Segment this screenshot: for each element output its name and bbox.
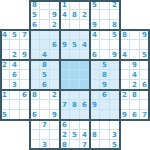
cell-r2c7[interactable] bbox=[70, 20, 80, 30]
cell-r12c5[interactable] bbox=[50, 120, 60, 130]
cell-r7c11[interactable] bbox=[110, 70, 120, 80]
cell-r13c3[interactable] bbox=[30, 130, 40, 140]
cell-r2c6[interactable] bbox=[60, 20, 70, 30]
cell-r9c7[interactable] bbox=[70, 90, 80, 100]
given-digit-r1c3[interactable]: 5 bbox=[30, 10, 40, 20]
given-digit-r4c7[interactable]: 5 bbox=[70, 40, 80, 50]
cell-r11c8[interactable] bbox=[80, 110, 90, 120]
void-corner-area bbox=[10, 120, 20, 130]
cell-r4c9[interactable] bbox=[90, 40, 100, 50]
void-corner-area bbox=[120, 120, 130, 130]
cell-r13c4[interactable] bbox=[40, 130, 50, 140]
given-digit-r7c13[interactable]: 4 bbox=[130, 70, 140, 80]
given-digit-r10c7[interactable]: 8 bbox=[70, 100, 80, 110]
cell-r6c7[interactable] bbox=[70, 60, 80, 70]
given-digit-r5c14[interactable]: 5 bbox=[140, 50, 150, 60]
given-digit-r6c0[interactable]: 2 bbox=[0, 60, 10, 70]
cell-r13c5[interactable] bbox=[50, 130, 60, 140]
given-digit-r11c0[interactable]: 5 bbox=[0, 110, 10, 120]
cell-r10c11[interactable] bbox=[110, 100, 120, 110]
cell-r6c2[interactable] bbox=[20, 60, 30, 70]
cell-r7c0[interactable] bbox=[0, 70, 10, 80]
cell-r6c14[interactable] bbox=[140, 60, 150, 70]
cell-r1c10[interactable] bbox=[100, 10, 110, 20]
given-digit-r6c4[interactable]: 8 bbox=[40, 60, 50, 70]
given-digit-r0c6[interactable]: 1 bbox=[60, 0, 70, 10]
cell-r7c2[interactable] bbox=[20, 70, 30, 80]
given-digit-r11c14[interactable]: 7 bbox=[140, 110, 150, 120]
cell-r14c10[interactable] bbox=[100, 140, 110, 150]
given-digit-r8c1[interactable]: 3 bbox=[10, 80, 20, 90]
given-digit-r14c6[interactable]: 8 bbox=[60, 140, 70, 150]
cell-r2c8[interactable] bbox=[80, 20, 90, 30]
void-corner-area bbox=[0, 0, 10, 10]
given-digit-r5c11[interactable]: 9 bbox=[110, 50, 120, 60]
cell-r11c9[interactable] bbox=[90, 110, 100, 120]
cell-r5c0[interactable] bbox=[0, 50, 10, 60]
given-digit-r0c3[interactable]: 8 bbox=[30, 0, 40, 10]
cell-r8c6[interactable] bbox=[60, 80, 70, 90]
given-digit-r11c13[interactable]: 6 bbox=[130, 110, 140, 120]
cell-r12c8[interactable] bbox=[80, 120, 90, 130]
cell-r0c7[interactable] bbox=[70, 0, 80, 10]
cell-r1c9[interactable] bbox=[90, 10, 100, 20]
cell-r12c3[interactable] bbox=[30, 120, 40, 130]
given-digit-r3c12[interactable]: 8 bbox=[120, 30, 130, 40]
given-digit-r5c4[interactable]: 4 bbox=[40, 50, 50, 60]
cell-r4c13[interactable] bbox=[130, 40, 140, 50]
cell-r8c11[interactable] bbox=[110, 80, 120, 90]
cell-r5c5[interactable] bbox=[50, 50, 60, 60]
cell-r10c12[interactable] bbox=[120, 100, 130, 110]
cell-r14c5[interactable] bbox=[50, 140, 60, 150]
void-corner-area bbox=[0, 130, 10, 140]
void-corner-area bbox=[10, 130, 20, 140]
void-corner-area bbox=[120, 10, 130, 20]
cell-r7c3[interactable] bbox=[30, 70, 40, 80]
cell-r11c1[interactable] bbox=[10, 110, 20, 120]
given-digit-r8c10[interactable]: 9 bbox=[100, 80, 110, 90]
given-digit-r12c4[interactable]: 7 bbox=[40, 120, 50, 130]
cell-r5c6[interactable] bbox=[60, 50, 70, 60]
given-digit-r13c11[interactable]: 3 bbox=[110, 130, 120, 140]
void-corner-area bbox=[140, 140, 150, 150]
given-digit-r8c4[interactable]: 6 bbox=[40, 80, 50, 90]
cell-r6c6[interactable] bbox=[60, 60, 70, 70]
cell-r0c10[interactable] bbox=[100, 0, 110, 10]
cell-r8c9[interactable] bbox=[90, 80, 100, 90]
void-corner-area bbox=[140, 10, 150, 20]
void-corner-area bbox=[140, 0, 150, 10]
given-digit-r3c9[interactable]: 4 bbox=[90, 30, 100, 40]
cell-r14c7[interactable] bbox=[70, 140, 80, 150]
cell-r6c5[interactable] bbox=[50, 60, 60, 70]
cell-r12c11[interactable] bbox=[110, 120, 120, 130]
cell-r4c14[interactable] bbox=[140, 40, 150, 50]
cell-r8c7[interactable] bbox=[70, 80, 80, 90]
cell-r6c3[interactable] bbox=[30, 60, 40, 70]
given-digit-r9c10[interactable]: 6 bbox=[100, 90, 110, 100]
cell-r3c13[interactable] bbox=[130, 30, 140, 40]
cell-r9c4[interactable] bbox=[40, 90, 50, 100]
cell-r7c12[interactable] bbox=[120, 70, 130, 80]
given-digit-r11c12[interactable]: 9 bbox=[120, 110, 130, 120]
cell-r11c2[interactable] bbox=[20, 110, 30, 120]
cell-r8c0[interactable] bbox=[0, 80, 10, 90]
void-corner-area bbox=[130, 140, 140, 150]
cell-r9c14[interactable] bbox=[140, 90, 150, 100]
cell-r10c13[interactable] bbox=[130, 100, 140, 110]
void-corner-area bbox=[10, 20, 20, 30]
given-digit-r3c0[interactable]: 4 bbox=[0, 30, 10, 40]
given-digit-r7c1[interactable]: 6 bbox=[10, 70, 20, 80]
cell-r12c10[interactable] bbox=[100, 120, 110, 130]
void-corner-area bbox=[120, 130, 130, 140]
given-digit-r10c8[interactable]: 6 bbox=[80, 100, 90, 110]
given-digit-r2c5[interactable]: 2 bbox=[50, 20, 60, 30]
given-digit-r9c3[interactable]: 8 bbox=[30, 90, 40, 100]
given-digit-r6c10[interactable]: 5 bbox=[100, 60, 110, 70]
cell-r10c4[interactable] bbox=[40, 100, 50, 110]
cell-r5c13[interactable] bbox=[130, 50, 140, 60]
given-digit-r1c5[interactable]: 9 bbox=[50, 10, 60, 20]
given-digit-r3c14[interactable]: 9 bbox=[140, 30, 150, 40]
void-corner-area bbox=[120, 0, 130, 10]
cell-r4c3[interactable] bbox=[30, 40, 40, 50]
given-digit-r6c13[interactable]: 9 bbox=[130, 60, 140, 70]
cell-r5c8[interactable] bbox=[80, 50, 90, 60]
cell-r3c7[interactable] bbox=[70, 30, 80, 40]
cell-r11c6[interactable] bbox=[60, 110, 70, 120]
void-corner-area bbox=[20, 20, 30, 30]
cell-r4c2[interactable] bbox=[20, 40, 30, 50]
cell-r6c8[interactable] bbox=[80, 60, 90, 70]
given-digit-r0c9[interactable]: 5 bbox=[90, 0, 100, 10]
cell-r4c1[interactable] bbox=[10, 40, 20, 50]
cell-grid: 8152594826298457458969542946945248596584… bbox=[0, 0, 150, 150]
given-digit-r9c2[interactable]: 6 bbox=[20, 90, 30, 100]
cell-r9c6[interactable] bbox=[60, 90, 70, 100]
cell-r8c2[interactable] bbox=[20, 80, 30, 90]
given-digit-r5c1[interactable]: 2 bbox=[10, 50, 20, 60]
cell-r4c0[interactable] bbox=[0, 40, 10, 50]
cell-r3c5[interactable] bbox=[50, 30, 60, 40]
cell-r0c5[interactable] bbox=[50, 0, 60, 10]
cell-r8c5[interactable] bbox=[50, 80, 60, 90]
cell-r7c6[interactable] bbox=[60, 70, 70, 80]
cell-r4c4[interactable] bbox=[40, 40, 50, 50]
cell-r1c4[interactable] bbox=[40, 10, 50, 20]
given-digit-r14c4[interactable]: 3 bbox=[40, 140, 50, 150]
void-corner-area bbox=[0, 10, 10, 20]
cell-r9c1[interactable] bbox=[10, 90, 20, 100]
given-digit-r11c3[interactable]: 6 bbox=[30, 110, 40, 120]
cell-r3c8[interactable] bbox=[80, 30, 90, 40]
given-digit-r3c1[interactable]: 5 bbox=[10, 30, 20, 40]
void-corner-area bbox=[140, 20, 150, 30]
given-digit-r10c9[interactable]: 9 bbox=[90, 100, 100, 110]
given-digit-r5c9[interactable]: 6 bbox=[90, 50, 100, 60]
given-digit-r9c5[interactable]: 2 bbox=[50, 90, 60, 100]
cell-r7c14[interactable] bbox=[140, 70, 150, 80]
void-corner-area bbox=[0, 20, 10, 30]
cell-r10c14[interactable] bbox=[140, 100, 150, 110]
cell-r9c9[interactable] bbox=[90, 90, 100, 100]
cell-r0c4[interactable] bbox=[40, 0, 50, 10]
cell-r5c7[interactable] bbox=[70, 50, 80, 60]
cell-r8c8[interactable] bbox=[80, 80, 90, 90]
cell-r14c3[interactable] bbox=[30, 140, 40, 150]
void-corner-area bbox=[10, 0, 20, 10]
void-corner-area bbox=[130, 0, 140, 10]
void-corner-area bbox=[20, 0, 30, 10]
cell-r11c7[interactable] bbox=[70, 110, 80, 120]
cell-r9c11[interactable] bbox=[110, 90, 120, 100]
cell-r10c1[interactable] bbox=[10, 100, 20, 110]
given-digit-r13c6[interactable]: 2 bbox=[60, 130, 70, 140]
given-digit-r8c13[interactable]: 2 bbox=[130, 80, 140, 90]
void-corner-area bbox=[20, 120, 30, 130]
given-digit-r4c5[interactable]: 6 bbox=[50, 40, 60, 50]
void-corner-area bbox=[140, 130, 150, 140]
given-digit-r1c6[interactable]: 4 bbox=[60, 10, 70, 20]
given-digit-r13c7[interactable]: 5 bbox=[70, 130, 80, 140]
cell-r8c12[interactable] bbox=[120, 80, 130, 90]
void-corner-area bbox=[120, 20, 130, 30]
void-corner-area bbox=[130, 130, 140, 140]
given-digit-r7c4[interactable]: 5 bbox=[40, 70, 50, 80]
given-digit-r3c11[interactable]: 5 bbox=[110, 30, 120, 40]
cell-r11c4[interactable] bbox=[40, 110, 50, 120]
cell-r4c10[interactable] bbox=[100, 40, 110, 50]
given-digit-r14c11[interactable]: 5 bbox=[110, 140, 120, 150]
cell-r3c10[interactable] bbox=[100, 30, 110, 40]
cell-r11c10[interactable] bbox=[100, 110, 110, 120]
given-digit-r1c8[interactable]: 2 bbox=[80, 10, 90, 20]
cell-r9c8[interactable] bbox=[80, 90, 90, 100]
given-digit-r5c2[interactable]: 9 bbox=[20, 50, 30, 60]
void-corner-area bbox=[0, 120, 10, 130]
cell-r14c9[interactable] bbox=[90, 140, 100, 150]
given-digit-r14c8[interactable]: 7 bbox=[80, 140, 90, 150]
cell-r6c9[interactable] bbox=[90, 60, 100, 70]
void-corner-area bbox=[120, 140, 130, 150]
void-corner-area bbox=[130, 10, 140, 20]
void-corner-area bbox=[10, 140, 20, 150]
given-digit-r13c9[interactable]: 8 bbox=[90, 130, 100, 140]
given-digit-r7c10[interactable]: 8 bbox=[100, 70, 110, 80]
given-digit-r9c12[interactable]: 2 bbox=[120, 90, 130, 100]
flower-sudoku-board: 8152594826298457458969542946945248596584… bbox=[0, 0, 150, 150]
given-digit-r3c2[interactable]: 7 bbox=[20, 30, 30, 40]
given-digit-r9c13[interactable]: 8 bbox=[130, 90, 140, 100]
given-digit-r8c14[interactable]: 6 bbox=[140, 80, 150, 90]
given-digit-r6c1[interactable]: 4 bbox=[10, 60, 20, 70]
given-digit-r13c8[interactable]: 4 bbox=[80, 130, 90, 140]
given-digit-r5c12[interactable]: 4 bbox=[120, 50, 130, 60]
given-digit-r4c6[interactable]: 9 bbox=[60, 40, 70, 50]
void-corner-area bbox=[140, 120, 150, 130]
cell-r2c10[interactable] bbox=[100, 20, 110, 30]
cell-r10c10[interactable] bbox=[100, 100, 110, 110]
cell-r13c10[interactable] bbox=[100, 130, 110, 140]
given-digit-r4c8[interactable]: 4 bbox=[80, 40, 90, 50]
void-corner-area bbox=[0, 140, 10, 150]
cell-r10c5[interactable] bbox=[50, 100, 60, 110]
cell-r7c5[interactable] bbox=[50, 70, 60, 80]
void-corner-area bbox=[20, 130, 30, 140]
cell-r10c0[interactable] bbox=[0, 100, 10, 110]
cell-r7c8[interactable] bbox=[80, 70, 90, 80]
cell-r1c11[interactable] bbox=[110, 10, 120, 20]
void-corner-area bbox=[130, 120, 140, 130]
cell-r11c11[interactable] bbox=[110, 110, 120, 120]
given-digit-r2c3[interactable]: 6 bbox=[30, 20, 40, 30]
cell-r5c10[interactable] bbox=[100, 50, 110, 60]
given-digit-r11c5[interactable]: 9 bbox=[50, 110, 60, 120]
cell-r4c11[interactable] bbox=[110, 40, 120, 50]
given-digit-r2c9[interactable]: 9 bbox=[90, 20, 100, 30]
cell-r3c3[interactable] bbox=[30, 30, 40, 40]
cell-r7c7[interactable] bbox=[70, 70, 80, 80]
void-corner-area bbox=[130, 20, 140, 30]
cell-r2c4[interactable] bbox=[40, 20, 50, 30]
cell-r12c7[interactable] bbox=[70, 120, 80, 130]
cell-r5c3[interactable] bbox=[30, 50, 40, 60]
cell-r0c8[interactable] bbox=[80, 0, 90, 10]
given-digit-r12c6[interactable]: 6 bbox=[60, 120, 70, 130]
given-digit-r1c7[interactable]: 8 bbox=[70, 10, 80, 20]
given-digit-r9c0[interactable]: 1 bbox=[0, 90, 10, 100]
given-digit-r10c6[interactable]: 7 bbox=[60, 100, 70, 110]
void-corner-area bbox=[20, 140, 30, 150]
given-digit-r2c11[interactable]: 8 bbox=[110, 20, 120, 30]
cell-r7c9[interactable] bbox=[90, 70, 100, 80]
cell-r8c3[interactable] bbox=[30, 80, 40, 90]
cell-r12c9[interactable] bbox=[90, 120, 100, 130]
void-corner-area bbox=[10, 10, 20, 20]
cell-r10c3[interactable] bbox=[30, 100, 40, 110]
cell-r10c2[interactable] bbox=[20, 100, 30, 110]
cell-r4c12[interactable] bbox=[120, 40, 130, 50]
given-digit-r0c11[interactable]: 2 bbox=[110, 0, 120, 10]
cell-r6c12[interactable] bbox=[120, 60, 130, 70]
cell-r3c4[interactable] bbox=[40, 30, 50, 40]
cell-r3c6[interactable] bbox=[60, 30, 70, 40]
void-corner-area bbox=[20, 10, 30, 20]
cell-r6c11[interactable] bbox=[110, 60, 120, 70]
